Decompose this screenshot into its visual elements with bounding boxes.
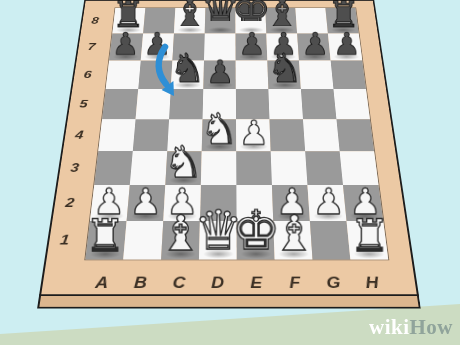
square-c5 [169,89,203,119]
square-d4: ♞ [202,119,236,151]
square-h1: ♜ [347,221,389,259]
rank-label-4: 4 [63,119,102,151]
square-e7: ♟ [236,34,268,61]
piece-black-pawn-d6: ♟ [205,56,233,88]
wikihow-logo: wikiHow [369,315,453,340]
square-e3 [236,151,272,185]
square-c3: ♞ [165,151,201,185]
piece-black-pawn-g7: ♟ [301,29,329,60]
piece-white-rook-h1: ♜ [349,213,389,258]
square-h3 [340,151,379,185]
piece-black-pawn-b7: ♟ [143,29,171,60]
square-b1 [123,221,163,259]
square-f6: ♞ [267,61,301,89]
rank-label-6: 6 [72,61,109,89]
board-grid: ♜♝♛♚♝♜♟♟♟♟♟♟♞♟♞♞♟♞♟♟♟♟♟♟♜♝♛♚♝♜ [85,8,388,259]
piece-white-knight-c3: ♞ [164,140,203,184]
square-a4 [98,119,135,151]
rank-label-8: 8 [81,8,116,34]
square-e6 [236,61,269,89]
file-label-h: H [351,270,393,296]
square-g5 [301,89,337,119]
piece-black-knight-f6: ♞ [267,48,303,88]
square-d3 [201,151,237,185]
square-f4 [269,119,305,151]
piece-white-pawn-b2: ♟ [129,184,161,220]
file-label-b: B [120,270,160,296]
square-f5 [268,89,303,119]
square-f3 [271,151,308,185]
square-b5 [136,89,171,119]
piece-black-pawn-a7: ♟ [111,29,139,60]
piece-black-pawn-h7: ♟ [333,29,361,60]
square-a3 [94,151,133,185]
square-e4: ♟ [236,119,271,151]
piece-white-rook-a1: ♜ [84,213,124,258]
chess-board: ♜♝♛♚♝♜♟♟♟♟♟♟♞♟♞♞♟♞♟♟♟♟♟♟♜♝♛♚♝♜ 87654321 … [39,0,419,296]
square-a7: ♟ [109,34,143,61]
board-front-edge [37,294,421,308]
rank-label-1: 1 [47,221,90,259]
file-label-f: F [275,270,315,296]
square-a5 [102,89,138,119]
wikihow-logo-wiki: wiki [369,315,410,339]
square-b3 [130,151,167,185]
rank-label-5: 5 [68,89,106,119]
square-h5 [333,89,369,119]
square-a6 [106,61,141,89]
square-f1: ♝ [273,221,312,259]
piece-black-pawn-e7: ♟ [238,29,266,60]
square-h6 [331,61,366,89]
piece-white-knight-d4: ♞ [200,107,238,149]
square-h7: ♟ [328,34,362,61]
square-g4 [303,119,340,151]
piece-white-bishop-f1: ♝ [272,209,315,257]
square-d6: ♟ [203,61,236,89]
square-e1: ♚ [237,221,275,259]
file-label-c: C [159,270,199,296]
square-h4 [336,119,374,151]
square-g1 [310,221,350,259]
rank-label-3: 3 [58,151,98,185]
square-g3 [305,151,343,185]
piece-white-pawn-g2: ♟ [312,184,344,220]
file-label-g: G [313,270,354,296]
file-label-e: E [237,270,276,296]
file-labels: ABCDEFGH [81,270,393,296]
square-a1: ♜ [85,221,126,259]
rank-label-7: 7 [77,34,113,61]
square-b6 [138,61,172,89]
piece-white-pawn-e4: ♟ [238,116,268,150]
square-g6 [299,61,333,89]
square-c6: ♞ [171,61,204,89]
file-label-d: D [198,270,237,296]
wikihow-logo-how: How [410,315,454,339]
chess-illustration: ♜♝♛♚♝♜♟♟♟♟♟♟♞♟♞♞♟♞♟♟♟♟♟♟♜♝♛♚♝♜ 87654321 … [0,0,460,345]
piece-black-knight-c6: ♞ [169,48,205,88]
file-label-a: A [81,270,122,296]
